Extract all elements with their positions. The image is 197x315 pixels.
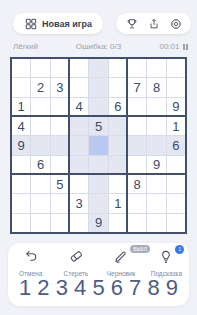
eraser-icon	[68, 248, 84, 268]
cell-r1c2[interactable]	[31, 59, 49, 77]
cell-r2c3[interactable]: 3	[51, 78, 69, 96]
cell-r8c4[interactable]: 3	[70, 194, 88, 212]
cell-r1c4[interactable]	[70, 59, 88, 77]
cell-r7c4[interactable]	[70, 175, 88, 193]
numpad-5[interactable]: 5	[92, 275, 104, 301]
cell-r8c1[interactable]	[12, 194, 30, 212]
toolbar: Отмена Стереть ВЫКЛ	[8, 248, 189, 277]
cell-r6c4[interactable]	[70, 156, 88, 174]
cell-r2c5[interactable]	[89, 78, 107, 96]
cell-r8c3[interactable]	[51, 194, 69, 212]
cell-r2c2[interactable]: 2	[31, 78, 49, 96]
cell-r5c7[interactable]	[128, 136, 146, 154]
cell-r8c8[interactable]	[147, 194, 165, 212]
cell-r3c1[interactable]: 1	[12, 98, 30, 116]
cell-r5c9[interactable]: 6	[167, 136, 185, 154]
cell-r4c5[interactable]: 5	[89, 117, 107, 135]
erase-button[interactable]: Стереть	[56, 248, 96, 277]
control-panel: Отмена Стереть ВЫКЛ	[8, 243, 189, 306]
cell-r2c8[interactable]: 8	[147, 78, 165, 96]
cell-r9c4[interactable]	[70, 214, 88, 232]
cell-r8c6[interactable]: 1	[109, 194, 127, 212]
cell-r6c1[interactable]	[12, 156, 30, 174]
settings-icon[interactable]	[169, 17, 182, 30]
cell-r8c7[interactable]	[128, 194, 146, 212]
cell-r7c5[interactable]	[89, 175, 107, 193]
cell-r2c6[interactable]	[109, 78, 127, 96]
numpad: 123456789	[8, 275, 189, 301]
cell-r6c5[interactable]	[89, 156, 107, 174]
cell-r4c4[interactable]	[70, 117, 88, 135]
cell-r1c3[interactable]	[51, 59, 69, 77]
cell-r7c6[interactable]	[109, 175, 127, 193]
cell-r5c3[interactable]	[51, 136, 69, 154]
cell-r3c4[interactable]: 4	[70, 98, 88, 116]
numpad-7[interactable]: 7	[129, 275, 141, 301]
cell-r4c8[interactable]	[147, 117, 165, 135]
cell-r9c8[interactable]	[147, 214, 165, 232]
cell-r4c7[interactable]	[128, 117, 146, 135]
cell-r3c2[interactable]	[31, 98, 49, 116]
cell-r5c8[interactable]	[147, 136, 165, 154]
cell-r5c1[interactable]: 9	[12, 136, 30, 154]
cell-r2c1[interactable]	[12, 78, 30, 96]
numpad-4[interactable]: 4	[74, 275, 86, 301]
cell-r5c5[interactable]	[89, 136, 107, 154]
cell-r3c5[interactable]	[89, 98, 107, 116]
cell-r1c8[interactable]	[147, 59, 165, 77]
hint-count-badge: 1	[175, 245, 184, 254]
cell-r8c2[interactable]	[31, 194, 49, 212]
cell-r7c3[interactable]: 5	[51, 175, 69, 193]
notes-button[interactable]: ВЫКЛ Черновик	[101, 248, 141, 277]
cell-r9c1[interactable]	[12, 214, 30, 232]
hint-button[interactable]: 1 Подсказка	[146, 248, 186, 277]
cell-r9c2[interactable]	[31, 214, 49, 232]
cell-r6c7[interactable]	[128, 156, 146, 174]
undo-button[interactable]: Отмена	[11, 248, 51, 277]
cell-r9c3[interactable]	[51, 214, 69, 232]
cell-r3c9[interactable]: 9	[167, 98, 185, 116]
cell-r6c3[interactable]	[51, 156, 69, 174]
cell-r1c9[interactable]	[167, 59, 185, 77]
cell-r5c2[interactable]	[31, 136, 49, 154]
cell-r3c3[interactable]	[51, 98, 69, 116]
cell-r9c9[interactable]	[167, 214, 185, 232]
cell-r7c1[interactable]	[12, 175, 30, 193]
numpad-3[interactable]: 3	[56, 275, 68, 301]
numpad-6[interactable]: 6	[111, 275, 123, 301]
cell-r8c9[interactable]	[167, 194, 185, 212]
cell-r9c5[interactable]: 9	[89, 214, 107, 232]
new-game-button[interactable]: Новая игра	[13, 13, 103, 34]
cell-r1c6[interactable]	[109, 59, 127, 77]
cell-r6c2[interactable]: 6	[31, 156, 49, 174]
cell-r1c7[interactable]	[128, 59, 146, 77]
cell-r2c4[interactable]	[70, 78, 88, 96]
cell-r3c6[interactable]: 6	[109, 98, 127, 116]
cell-r6c8[interactable]: 9	[147, 156, 165, 174]
numpad-8[interactable]: 8	[147, 275, 159, 301]
timer: 00:01	[159, 42, 188, 51]
timer-value: 00:01	[159, 42, 179, 51]
cell-r1c1[interactable]	[12, 59, 30, 77]
cell-r5c4[interactable]	[70, 136, 88, 154]
cell-r7c8[interactable]	[147, 175, 165, 193]
trophy-icon[interactable]	[125, 17, 138, 30]
cell-r7c2[interactable]	[31, 175, 49, 193]
pencil-icon	[113, 248, 129, 268]
cell-r2c7[interactable]: 7	[128, 78, 146, 96]
undo-icon	[23, 248, 39, 268]
bulb-icon	[158, 248, 174, 268]
sudoku-board: 23781469451966958319	[10, 57, 187, 234]
cell-r5c6[interactable]	[109, 136, 127, 154]
numpad-1[interactable]: 1	[19, 275, 31, 301]
pause-icon[interactable]	[183, 44, 189, 50]
cell-r4c3[interactable]	[51, 117, 69, 135]
header-iconbar	[116, 13, 191, 34]
grid-icon	[24, 17, 37, 30]
sudoku-app: Новая игра Лёгкий Ошибка: 0/3	[0, 0, 197, 315]
cell-r9c7[interactable]	[128, 214, 146, 232]
numpad-9[interactable]: 9	[166, 275, 178, 301]
numpad-2[interactable]: 2	[37, 275, 49, 301]
cell-r1c5[interactable]	[89, 59, 107, 77]
share-icon[interactable]	[147, 17, 160, 30]
cell-r4c9[interactable]: 1	[167, 117, 185, 135]
cell-r7c9[interactable]	[167, 175, 185, 193]
cell-r4c2[interactable]	[31, 117, 49, 135]
new-game-label: Новая игра	[42, 19, 92, 29]
cell-r4c1[interactable]: 4	[12, 117, 30, 135]
cell-r4c6[interactable]	[109, 117, 127, 135]
cell-r2c9[interactable]	[167, 78, 185, 96]
status-bar: Лёгкий Ошибка: 0/3 00:01	[0, 42, 197, 54]
cell-r6c9[interactable]	[167, 156, 185, 174]
cell-r8c5[interactable]	[89, 194, 107, 212]
cell-r7c7[interactable]: 8	[128, 175, 146, 193]
cell-r9c6[interactable]	[109, 214, 127, 232]
cell-r3c8[interactable]	[147, 98, 165, 116]
cell-r6c6[interactable]	[109, 156, 127, 174]
cell-r3c7[interactable]	[128, 98, 146, 116]
